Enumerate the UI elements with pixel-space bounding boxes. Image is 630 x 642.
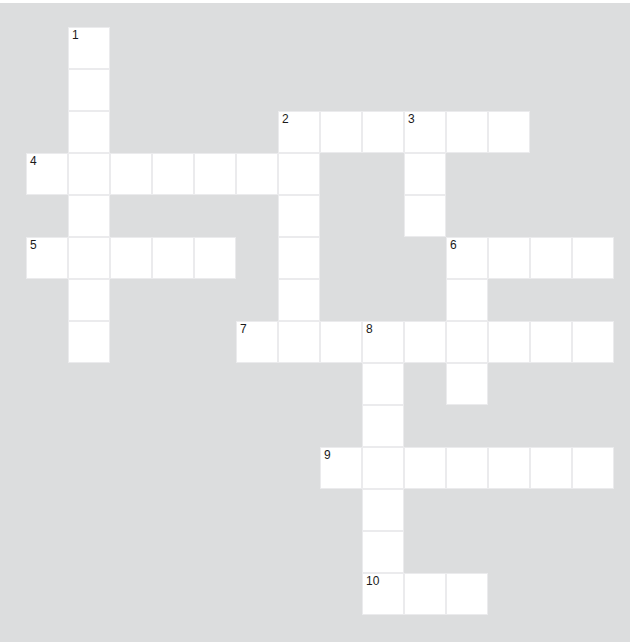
cell-10-8[interactable] [363,448,403,488]
cell-3-2[interactable] [111,154,151,194]
cell-10-11[interactable] [489,448,529,488]
clue-number-9: 9 [324,449,331,462]
cell-7-6[interactable] [279,322,319,362]
cell-5-4[interactable] [195,238,235,278]
cell-5-10[interactable]: 6 [447,238,487,278]
cell-3-0[interactable]: 4 [27,154,67,194]
cell-3-9[interactable] [405,154,445,194]
cell-4-1[interactable] [69,196,109,236]
cell-5-2[interactable] [111,238,151,278]
clue-number-8: 8 [366,323,373,336]
clue-number-10: 10 [366,575,379,588]
clue-number-3: 3 [408,113,415,126]
cell-10-7[interactable]: 9 [321,448,361,488]
cell-7-8[interactable]: 8 [363,322,403,362]
cell-10-12[interactable] [531,448,571,488]
cell-2-9[interactable]: 3 [405,112,445,152]
cell-13-9[interactable] [405,574,445,614]
cell-3-6[interactable] [279,154,319,194]
cell-10-10[interactable] [447,448,487,488]
window-top-edge [0,0,630,3]
cell-5-11[interactable] [489,238,529,278]
cell-10-9[interactable] [405,448,445,488]
cell-5-13[interactable] [573,238,613,278]
cell-5-6[interactable] [279,238,319,278]
cell-10-13[interactable] [573,448,613,488]
cell-13-10[interactable] [447,574,487,614]
cell-4-9[interactable] [405,196,445,236]
cell-9-8[interactable] [363,406,403,446]
cell-6-10[interactable] [447,280,487,320]
cell-0-1[interactable]: 1 [69,28,109,68]
cell-7-10[interactable] [447,322,487,362]
cell-7-13[interactable] [573,322,613,362]
cell-6-6[interactable] [279,280,319,320]
cell-11-8[interactable] [363,490,403,530]
cell-7-12[interactable] [531,322,571,362]
cell-2-10[interactable] [447,112,487,152]
cell-3-3[interactable] [153,154,193,194]
cell-7-7[interactable] [321,322,361,362]
crossword-board: 12345678910 [27,28,613,614]
cell-5-0[interactable]: 5 [27,238,67,278]
cell-6-1[interactable] [69,280,109,320]
cell-7-9[interactable] [405,322,445,362]
cell-7-11[interactable] [489,322,529,362]
cell-2-11[interactable] [489,112,529,152]
cell-3-4[interactable] [195,154,235,194]
cell-5-12[interactable] [531,238,571,278]
clue-number-2: 2 [282,113,289,126]
cell-5-3[interactable] [153,238,193,278]
cell-1-1[interactable] [69,70,109,110]
cell-7-5[interactable]: 7 [237,322,277,362]
clue-number-1: 1 [72,29,79,42]
cell-5-1[interactable] [69,238,109,278]
cell-7-1[interactable] [69,322,109,362]
cell-2-8[interactable] [363,112,403,152]
cell-3-1[interactable] [69,154,109,194]
cell-3-5[interactable] [237,154,277,194]
cell-2-6[interactable]: 2 [279,112,319,152]
cell-12-8[interactable] [363,532,403,572]
clue-number-6: 6 [450,239,457,252]
cell-8-8[interactable] [363,364,403,404]
cell-2-7[interactable] [321,112,361,152]
cell-8-10[interactable] [447,364,487,404]
cell-2-1[interactable] [69,112,109,152]
clue-number-5: 5 [30,239,37,252]
cell-4-6[interactable] [279,196,319,236]
cell-13-8[interactable]: 10 [363,574,403,614]
clue-number-4: 4 [30,155,37,168]
clue-number-7: 7 [240,323,247,336]
